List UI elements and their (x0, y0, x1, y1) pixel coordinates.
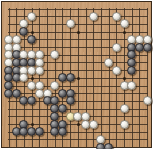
hoshi-point (77, 77, 80, 80)
black-stone[interactable] (66, 96, 75, 105)
black-stone[interactable] (127, 66, 136, 75)
hoshi-point (31, 31, 34, 34)
hoshi-point (31, 77, 34, 80)
white-stone[interactable] (50, 81, 59, 90)
black-stone[interactable] (35, 127, 44, 136)
black-stone[interactable] (58, 127, 67, 136)
black-stone[interactable] (143, 43, 152, 52)
white-stone[interactable] (66, 19, 75, 28)
hoshi-point (77, 31, 80, 34)
grid-line-vertical (132, 8, 133, 148)
grid-line-vertical (101, 8, 102, 148)
grid-line-vertical (147, 8, 148, 148)
white-stone[interactable] (112, 12, 121, 21)
white-stone[interactable] (112, 43, 121, 52)
black-stone[interactable] (27, 35, 36, 44)
black-stone[interactable] (58, 104, 67, 113)
white-stone[interactable] (89, 12, 98, 21)
grid-line-horizontal (8, 147, 148, 148)
go-board[interactable] (1, 1, 152, 148)
white-stone[interactable] (120, 19, 129, 28)
white-stone[interactable] (127, 81, 136, 90)
grid-line-horizontal (8, 139, 148, 140)
white-stone[interactable] (143, 96, 152, 105)
grid-line-vertical (116, 8, 117, 148)
grid-line-vertical (109, 8, 110, 148)
black-stone[interactable] (27, 96, 36, 105)
white-stone[interactable] (120, 120, 129, 129)
white-stone[interactable] (120, 104, 129, 113)
white-stone[interactable] (19, 73, 28, 82)
black-stone[interactable] (66, 73, 75, 82)
hoshi-point (123, 31, 126, 34)
white-stone[interactable] (50, 50, 59, 59)
white-stone[interactable] (112, 66, 121, 75)
hoshi-point (123, 77, 126, 80)
white-stone[interactable] (89, 120, 98, 129)
white-stone[interactable] (104, 58, 113, 67)
white-stone[interactable] (35, 66, 44, 75)
black-stone[interactable] (19, 27, 28, 36)
grid-line-vertical (139, 8, 140, 148)
hoshi-point (77, 123, 80, 126)
grid-line-horizontal (8, 93, 148, 94)
hoshi-point (31, 123, 34, 126)
black-stone[interactable] (104, 143, 113, 149)
white-stone[interactable] (27, 12, 36, 21)
go-client-screenshot: { "game": "go", "board_size": 19, "posit… (0, 0, 153, 149)
